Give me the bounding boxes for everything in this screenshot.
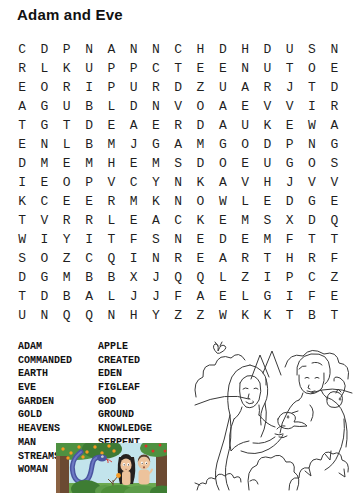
grid-cell-r5c9: D [189, 116, 211, 135]
grid-cell-r13c5: B [100, 268, 122, 287]
grid-cell-r6c10: G [212, 135, 234, 154]
grid-cell-r10c14: D [301, 211, 323, 230]
grid-cell-r9c8: N [167, 192, 189, 211]
grid-cell-r9c11: L [234, 192, 256, 211]
grid-cell-r5c8: R [167, 116, 189, 135]
grid-cell-r12c5: Q [100, 249, 122, 268]
word-knowledge: KNOWLEDGE [98, 422, 152, 436]
grid-cell-r1c14: S [301, 40, 323, 59]
grid-cell-r11c5: T [100, 230, 122, 249]
grid-cell-r10c8: C [167, 211, 189, 230]
word-garden: GARDEN [18, 395, 72, 409]
grid-cell-r12c12: T [256, 249, 278, 268]
grid-cell-r8c9: K [189, 173, 211, 192]
grid-cell-r15c6: H [122, 306, 144, 325]
bush-bottom-center [248, 455, 299, 490]
grid-cell-r10c5: L [100, 211, 122, 230]
grid-cell-r6c13: P [279, 135, 301, 154]
grid-cell-r2c11: N [234, 59, 256, 78]
grid-cell-r12c4: C [78, 249, 100, 268]
eve-pupil-right [128, 464, 129, 465]
grid-cell-r9c14: G [301, 192, 323, 211]
grid-cell-r13c9: Q [189, 268, 211, 287]
serpent-pupil [102, 456, 103, 457]
grid-cell-r11c7: S [145, 230, 167, 249]
grid-cell-r9c1: K [11, 192, 33, 211]
grid-cell-r11c12: M [256, 230, 278, 249]
grid-cell-r15c9: Z [189, 306, 211, 325]
eve-pupil-left [124, 464, 125, 465]
grid-cell-r13c2: G [33, 268, 55, 287]
adam-torso [280, 390, 347, 470]
grid-cell-r7c15: S [323, 154, 345, 173]
grid-cell-r1c8: C [167, 40, 189, 59]
grid-cell-r13c11: Z [234, 268, 256, 287]
eve-body [122, 471, 131, 485]
grid-cell-r15c1: U [11, 306, 33, 325]
grid-cell-r8c4: P [78, 173, 100, 192]
eve-hair-strands [225, 403, 265, 490]
grid-cell-r10c12: S [256, 211, 278, 230]
grid-cell-r8c10: A [212, 173, 234, 192]
grid-cell-r7c7: M [145, 154, 167, 173]
butterfly-icon [213, 342, 225, 353]
grid-cell-r12c3: Z [56, 249, 78, 268]
grid-cell-r4c15: R [323, 97, 345, 116]
grid-cell-r15c11: K [234, 306, 256, 325]
grid-cell-r3c13: J [279, 78, 301, 97]
grid-cell-r3c15: D [323, 78, 345, 97]
grid-cell-r14c10: E [212, 287, 234, 306]
grid-cell-r9c2: C [33, 192, 55, 211]
grid-cell-r1c6: N [122, 40, 144, 59]
grid-cell-r2c13: T [279, 59, 301, 78]
grid-cell-r2c2: L [33, 59, 55, 78]
word-earth: EARTH [18, 367, 72, 381]
grid-cell-r13c13: P [279, 268, 301, 287]
grid-cell-r14c5: L [100, 287, 122, 306]
grid-cell-r2c4: U [78, 59, 100, 78]
grid-cell-r5c4: D [78, 116, 100, 135]
grid-cell-r5c5: E [100, 116, 122, 135]
grid-cell-r15c8: Z [167, 306, 189, 325]
grid-cell-r3c9: Z [189, 78, 211, 97]
grid-cell-r12c14: R [301, 249, 323, 268]
grid-cell-r8c15: V [323, 173, 345, 192]
grid-cell-r4c9: O [189, 97, 211, 116]
word-commanded: COMMANDED [18, 354, 72, 368]
grid-cell-r12c10: A [212, 249, 234, 268]
grid-cell-r9c10: W [212, 192, 234, 211]
grid-cell-r8c11: V [234, 173, 256, 192]
grid-cell-r11c2: I [33, 230, 55, 249]
adam-and-eve-line-drawing [193, 339, 354, 491]
adam-pupil-left [142, 463, 143, 464]
grid-cell-r14c1: T [11, 287, 33, 306]
grid-cell-r11c14: T [301, 230, 323, 249]
grid-cell-r6c9: M [189, 135, 211, 154]
bush-bottom-right [289, 451, 348, 490]
grid-cell-r14c6: J [122, 287, 144, 306]
grid-cell-r3c14: T [301, 78, 323, 97]
adam-pupil-right [146, 463, 147, 464]
word-apple: APPLE [98, 340, 152, 354]
grid-cell-r6c2: N [33, 135, 55, 154]
grid-cell-r1c5: A [100, 40, 122, 59]
grid-cell-r8c14: V [301, 173, 323, 192]
grid-cell-r14c12: G [256, 287, 278, 306]
grid-cell-r1c3: P [56, 40, 78, 59]
grid-cell-r15c15: T [323, 306, 345, 325]
grid-cell-r1c13: U [279, 40, 301, 59]
word-adam: ADAM [18, 340, 72, 354]
grid-cell-r1c4: N [78, 40, 100, 59]
grid-cell-r15c5: N [100, 306, 122, 325]
grid-cell-r10c3: R [56, 211, 78, 230]
grid-cell-r11c11: E [234, 230, 256, 249]
grid-cell-r5c15: A [323, 116, 345, 135]
grid-cell-r11c15: T [323, 230, 345, 249]
grid-cell-r6c15: G [323, 135, 345, 154]
grid-cell-r2c3: K [56, 59, 78, 78]
adam-hair-outline [297, 354, 330, 384]
grid-cell-r3c2: O [33, 78, 55, 97]
grid-cell-r2c7: C [145, 59, 167, 78]
grid-cell-r9c4: E [78, 192, 100, 211]
grid-cell-r7c5: H [100, 154, 122, 173]
grid-cell-r2c1: R [11, 59, 33, 78]
grid-cell-r7c2: M [33, 154, 55, 173]
grid-cell-r2c5: P [100, 59, 122, 78]
grid-cell-r15c10: W [212, 306, 234, 325]
grid-cell-r13c3: M [56, 268, 78, 287]
word-gold: GOLD [18, 408, 72, 422]
grid-cell-r13c6: X [122, 268, 144, 287]
grid-cell-r3c10: U [212, 78, 234, 97]
grid-cell-r7c12: U [256, 154, 278, 173]
grid-cell-r15c13: T [279, 306, 301, 325]
grid-cell-r6c11: O [234, 135, 256, 154]
grid-cell-r1c7: N [145, 40, 167, 59]
grid-cell-r5c3: T [56, 116, 78, 135]
background-tree-left [195, 354, 245, 397]
grid-cell-r11c13: F [279, 230, 301, 249]
grid-cell-r3c7: R [145, 78, 167, 97]
serpent-temptation-cartoon [56, 443, 167, 493]
grid-cell-r3c1: E [11, 78, 33, 97]
grid-cell-r4c11: E [234, 97, 256, 116]
grid-cell-r1c12: D [256, 40, 278, 59]
grid-cell-r4c13: V [279, 97, 301, 116]
grid-cell-r5c13: E [279, 116, 301, 135]
serpent-head [97, 455, 107, 462]
grid-cell-r6c7: G [145, 135, 167, 154]
grid-cell-r2c6: P [122, 59, 144, 78]
grid-cell-r5c12: K [256, 116, 278, 135]
grid-cell-r6c14: N [301, 135, 323, 154]
grid-cell-r14c7: J [145, 287, 167, 306]
grid-cell-r9c3: E [56, 192, 78, 211]
grid-cell-r9c9: O [189, 192, 211, 211]
grid-cell-r3c3: R [56, 78, 78, 97]
grid-cell-r6c1: E [11, 135, 33, 154]
grid-cell-r4c7: N [145, 97, 167, 116]
grid-cell-r4c10: A [212, 97, 234, 116]
grid-cell-r10c15: Q [323, 211, 345, 230]
grid-cell-r5c1: T [11, 116, 33, 135]
grid-cell-r14c11: L [234, 287, 256, 306]
adam-chest-line [310, 405, 313, 421]
grid-cell-r9c13: D [279, 192, 301, 211]
grid-cell-r10c13: X [279, 211, 301, 230]
grid-cell-r15c12: K [256, 306, 278, 325]
grid-cell-r2c8: T [167, 59, 189, 78]
word-heavens: HEAVENS [18, 422, 72, 436]
grid-cell-r13c14: C [301, 268, 323, 287]
grid-cell-r3c5: P [100, 78, 122, 97]
grid-cell-r15c14: B [301, 306, 323, 325]
word-eve: EVE [18, 381, 72, 395]
word-ground: GROUND [98, 408, 152, 422]
grid-cell-r7c8: S [167, 154, 189, 173]
grid-cell-r11c4: I [78, 230, 100, 249]
grid-cell-r12c6: I [122, 249, 144, 268]
grid-cell-r12c13: H [279, 249, 301, 268]
grid-cell-r7c9: D [189, 154, 211, 173]
eve-face-features [243, 388, 258, 404]
grid-cell-r1c9: H [189, 40, 211, 59]
grid-cell-r15c4: Q [78, 306, 100, 325]
grid-cell-r6c3: L [56, 135, 78, 154]
grid-cell-r10c6: E [122, 211, 144, 230]
grid-cell-r10c2: V [33, 211, 55, 230]
grid-cell-r7c4: M [78, 154, 100, 173]
grid-cell-r11c3: Y [56, 230, 78, 249]
grid-cell-r12c9: E [189, 249, 211, 268]
grid-cell-r13c7: J [145, 268, 167, 287]
grid-cell-r8c1: I [11, 173, 33, 192]
grid-cell-r7c11: E [234, 154, 256, 173]
grid-cell-r7c10: O [212, 154, 234, 173]
grid-cell-r14c3: B [56, 287, 78, 306]
grid-cell-r7c13: G [279, 154, 301, 173]
grid-cell-r14c13: I [279, 287, 301, 306]
left-tree-trunk-highlight [56, 456, 60, 493]
grid-cell-r13c15: Z [323, 268, 345, 287]
grid-cell-r7c1: D [11, 154, 33, 173]
grid-cell-r13c12: I [256, 268, 278, 287]
grid-cell-r11c6: F [122, 230, 144, 249]
grid-cell-r10c9: K [189, 211, 211, 230]
grid-cell-r9c7: K [145, 192, 167, 211]
grid-cell-r15c7: Y [145, 306, 167, 325]
grid-cell-r11c10: D [212, 230, 234, 249]
grid-cell-r8c8: N [167, 173, 189, 192]
grid-cell-r3c4: I [78, 78, 100, 97]
grid-cell-r4c8: V [167, 97, 189, 116]
grid-cell-r2c12: U [256, 59, 278, 78]
word-figleaf: FIGLEAF [98, 381, 152, 395]
grid-cell-r5c14: W [301, 116, 323, 135]
eve-face-outline [240, 376, 261, 408]
grid-cell-r13c4: B [78, 268, 100, 287]
grid-cell-r11c8: N [167, 230, 189, 249]
grid-cell-r3c12: R [256, 78, 278, 97]
grid-cell-r13c8: Q [167, 268, 189, 287]
grid-cell-r5c2: G [33, 116, 55, 135]
grid-cell-r2c15: E [323, 59, 345, 78]
grid-cell-r10c7: A [145, 211, 167, 230]
grid-cell-r6c5: M [100, 135, 122, 154]
grid-cell-r14c2: D [33, 287, 55, 306]
grid-cell-r10c1: T [11, 211, 33, 230]
grid-cell-r8c7: Y [145, 173, 167, 192]
grid-cell-r1c15: N [323, 40, 345, 59]
grid-cell-r8c6: C [122, 173, 144, 192]
grid-cell-r4c1: A [11, 97, 33, 116]
grid-cell-r10c11: M [234, 211, 256, 230]
grid-cell-r3c11: A [234, 78, 256, 97]
grid-cell-r8c5: V [100, 173, 122, 192]
grid-cell-r6c12: D [256, 135, 278, 154]
grid-cell-r1c1: C [11, 40, 33, 59]
grid-cell-r4c4: B [78, 97, 100, 116]
grid-cell-r4c6: D [122, 97, 144, 116]
grid-cell-r3c6: U [122, 78, 144, 97]
grid-cell-r12c11: R [234, 249, 256, 268]
grid-cell-r7c14: O [301, 154, 323, 173]
grid-cell-r1c2: D [33, 40, 55, 59]
squirrel-tail [334, 377, 345, 397]
grid-cell-r12c8: R [167, 249, 189, 268]
grid-cell-r5c10: A [212, 116, 234, 135]
grid-cell-r2c10: E [212, 59, 234, 78]
grid-cell-r8c13: J [279, 173, 301, 192]
grid-cell-r12c7: N [145, 249, 167, 268]
grid-cell-r4c5: L [100, 97, 122, 116]
grid-cell-r10c10: E [212, 211, 234, 230]
grid-cell-r7c3: E [56, 154, 78, 173]
grid-cell-r14c8: F [167, 287, 189, 306]
grid-cell-r4c12: V [256, 97, 278, 116]
grid-cell-r2c9: E [189, 59, 211, 78]
grid-cell-r5c11: U [234, 116, 256, 135]
grid-cell-r6c6: J [122, 135, 144, 154]
grid-cell-r12c1: S [11, 249, 33, 268]
grid-cell-r14c4: A [78, 287, 100, 306]
grid-cell-r7c6: E [122, 154, 144, 173]
grid-cell-r3c8: D [167, 78, 189, 97]
background-tree-right [285, 350, 349, 379]
grid-cell-r10c4: R [78, 211, 100, 230]
grid-cell-r1c11: H [234, 40, 256, 59]
grid-cell-r1c10: D [212, 40, 234, 59]
grid-cell-r4c3: U [56, 97, 78, 116]
adam-face-features [305, 377, 319, 392]
grid-cell-r5c6: A [122, 116, 144, 135]
adam-mouth [143, 466, 145, 468]
grid-cell-r6c8: A [167, 135, 189, 154]
grid-cell-r9c12: E [256, 192, 278, 211]
word-created: CREATED [98, 354, 152, 368]
word-god: GOD [98, 395, 152, 409]
grid-cell-r5c7: E [145, 116, 167, 135]
grid-cell-r15c3: Q [56, 306, 78, 325]
grid-cell-r8c3: O [56, 173, 78, 192]
grid-cell-r11c1: W [11, 230, 33, 249]
grid-cell-r13c1: D [11, 268, 33, 287]
grid-cell-r8c2: E [33, 173, 55, 192]
adam-body [139, 470, 150, 485]
grid-cell-r13c10: L [212, 268, 234, 287]
grid-cell-r9c6: M [122, 192, 144, 211]
eve-fruit [116, 473, 121, 478]
hill-line [195, 389, 352, 405]
grid-cell-r2c14: O [301, 59, 323, 78]
grid-cell-r15c2: N [33, 306, 55, 325]
grid-cell-r14c15: E [323, 287, 345, 306]
grid-cell-r9c5: R [100, 192, 122, 211]
grid-cell-r4c14: I [301, 97, 323, 116]
grid-cell-r11c9: E [189, 230, 211, 249]
page-title: Adam and Eve [17, 6, 123, 23]
grid-cell-r4c2: G [33, 97, 55, 116]
grid-cell-r9c15: E [323, 192, 345, 211]
grid-cell-r12c2: O [33, 249, 55, 268]
grid-cell-r6c4: B [78, 135, 100, 154]
word-search-grid: CDPNANNCHDHDUSNRLKUPPCTEENUTOEEORIPURDZU… [11, 40, 345, 325]
grid-cell-r14c14: F [301, 287, 323, 306]
grid-cell-r12c15: F [323, 249, 345, 268]
grid-cell-r8c12: H [256, 173, 278, 192]
word-eden: EDEN [98, 367, 152, 381]
grid-cell-r14c9: A [189, 287, 211, 306]
